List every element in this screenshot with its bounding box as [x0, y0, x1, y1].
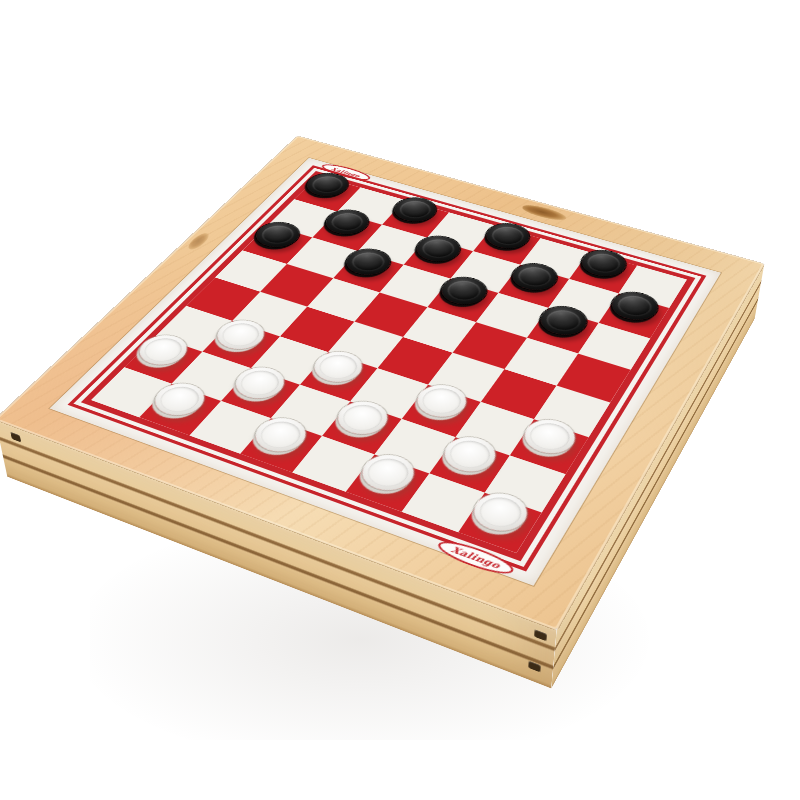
- piece-top-face: [416, 384, 467, 418]
- product-photo-stage: Xalingo Xalingo: [0, 0, 800, 800]
- piece-top-face: [346, 249, 390, 275]
- piece-top-face: [360, 454, 414, 491]
- piece-top-face: [137, 334, 188, 365]
- piece-top-face: [307, 173, 348, 195]
- piece-top-face: [336, 401, 388, 435]
- lid-groove-hole: [10, 432, 21, 443]
- piece-top-face: [613, 292, 656, 319]
- white-piece[interactable]: [353, 449, 422, 497]
- piece-top-face: [254, 418, 308, 453]
- piece-top-face: [313, 351, 364, 383]
- piece-top-face: [326, 210, 368, 234]
- piece-top-face: [441, 277, 485, 304]
- wooden-game-box: Xalingo Xalingo: [0, 136, 764, 630]
- lid-groove-hole: [534, 629, 547, 641]
- wood-knot-small: [185, 232, 213, 252]
- piece-top-face: [541, 307, 586, 335]
- piece-top-face: [234, 367, 286, 400]
- white-piece[interactable]: [246, 413, 315, 458]
- black-piece[interactable]: [299, 169, 355, 199]
- piece-top-face: [216, 319, 266, 349]
- piece-top-face: [487, 224, 529, 248]
- box-lid-top-face: Xalingo Xalingo: [0, 136, 764, 630]
- piece-top-face: [395, 198, 437, 221]
- lid-groove-hole: [528, 661, 541, 673]
- piece-top-face: [417, 236, 460, 261]
- perspective-scene: Xalingo Xalingo: [0, 0, 800, 800]
- piece-top-face: [443, 436, 496, 472]
- piece-top-face: [256, 223, 299, 247]
- piece-top-face: [513, 264, 556, 290]
- piece-top-face: [583, 250, 625, 276]
- white-piece[interactable]: [227, 362, 293, 404]
